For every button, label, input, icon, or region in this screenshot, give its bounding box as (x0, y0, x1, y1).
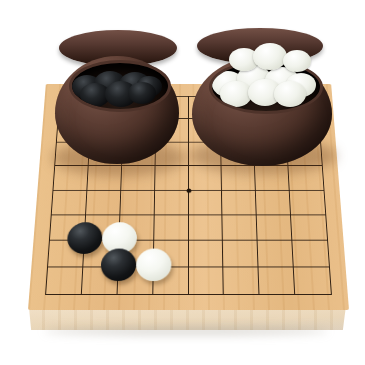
black-stone-bowl[interactable] (53, 28, 183, 170)
white-stone-in-bowl (274, 81, 306, 107)
grid-cell (189, 215, 224, 241)
white-stone-bowl[interactable] (189, 26, 335, 170)
grid-cell (46, 267, 83, 294)
go-set-product-photo (0, 0, 365, 365)
grid-cell (258, 241, 294, 267)
grid-cell (291, 215, 327, 241)
grid-cell (189, 267, 225, 294)
star-point-tengen (186, 188, 191, 192)
grid-cell (222, 190, 257, 215)
grid-cell (259, 267, 296, 294)
grid-cell (290, 190, 326, 215)
grid-cell (86, 190, 121, 215)
white-bowl-opening (209, 60, 323, 114)
white-stone-D2[interactable] (135, 248, 171, 281)
grid-cell (189, 241, 224, 267)
grid-cell (294, 267, 331, 294)
grid-cell (224, 267, 260, 294)
grid-cell (223, 241, 259, 267)
grid-cell (292, 241, 329, 267)
grid-cell (257, 215, 293, 241)
grid-cell (189, 190, 223, 215)
black-bowl-opening (69, 60, 171, 112)
board-shadow (44, 327, 328, 335)
grid-cell (256, 190, 291, 215)
grid-cell (154, 190, 188, 215)
grid-cell (52, 190, 88, 215)
grid-cell (154, 215, 189, 241)
black-stone-in-bowl (128, 82, 156, 104)
grid-cell (223, 215, 258, 241)
grid-cell (120, 190, 155, 215)
